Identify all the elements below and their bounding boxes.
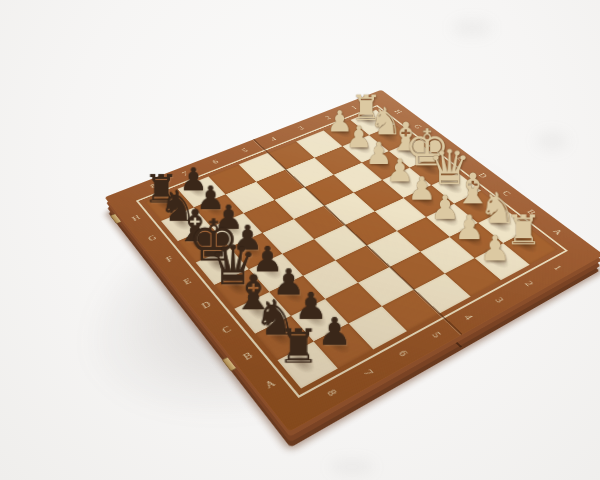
photo-scene: ♜♞♝♚♛♝♞♜♟♟♟♟♟♟♟♟♟♟♟♟♟♟♟♟♜♞♝♚♛♝♞♜ HGFEDCB… <box>0 0 600 480</box>
coordinate-label-a: A <box>246 368 295 401</box>
black-rook-a8: ♜ <box>263 322 334 369</box>
background-smudge <box>330 460 374 474</box>
background-smudge <box>452 20 492 36</box>
background-smudge <box>536 132 568 150</box>
square-a2: ♟ <box>475 243 530 280</box>
white-pawn-a2: ♟ <box>463 230 526 265</box>
